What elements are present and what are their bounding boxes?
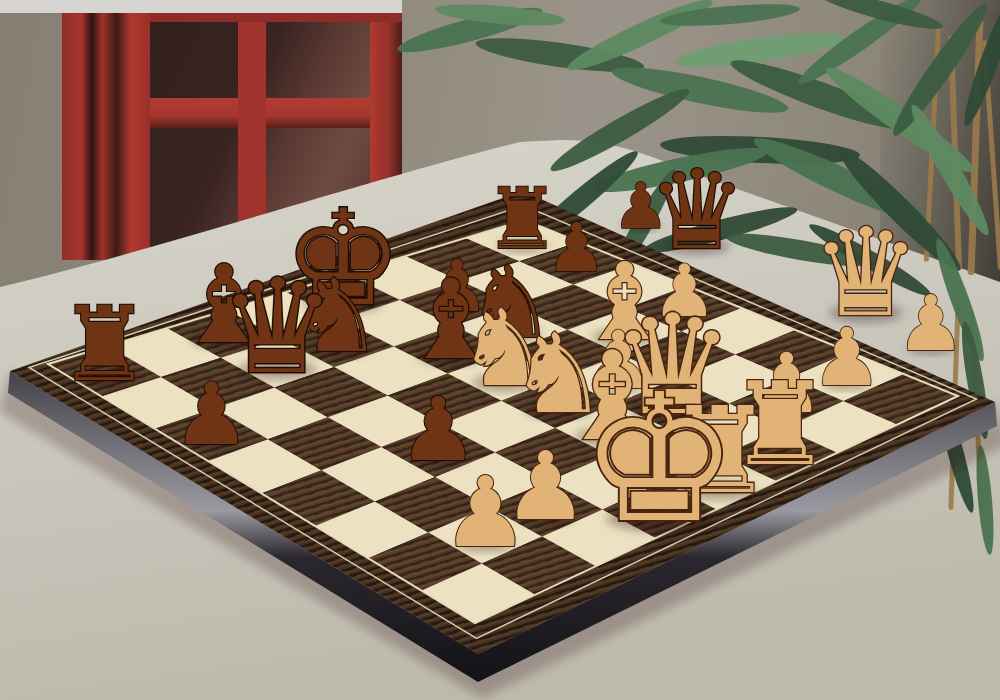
piece-black-r-h8: ♜: [58, 284, 150, 404]
piece-black-p-h6: ♟: [173, 364, 250, 464]
piece-white-k-e1: ♚: [580, 356, 738, 562]
piece-white-p-g2: ♟: [442, 456, 529, 569]
photo-scene: ♟♜♛♟♚♟♛♟♞♝♝♟♞♝♛♜♞♟♟♞♟♛♝♟♟♜♜♟♚♟: [0, 0, 1000, 700]
chessboard: ♟♜♛♟♚♟♛♟♞♝♝♟♞♝♛♜♞♟♟♞♟♛♝♟♟♜♜♟♚♟: [0, 0, 1000, 700]
offboard-piece-white-p: ♟: [897, 279, 966, 368]
